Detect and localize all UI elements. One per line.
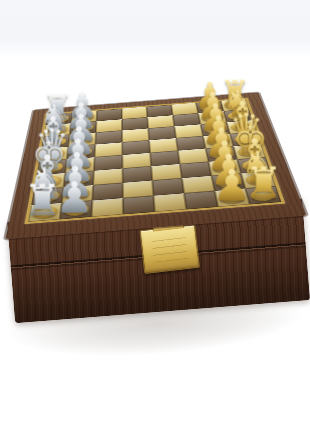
- piece-base: [63, 203, 88, 217]
- piece-base: [227, 111, 250, 120]
- piece-base: [215, 176, 241, 189]
- board-frame: [24, 98, 285, 224]
- board-square: [245, 186, 281, 204]
- piece-base: [201, 113, 223, 122]
- piece-base: [70, 147, 92, 158]
- board-square: [91, 198, 123, 217]
- piece-base: [74, 112, 94, 121]
- board-square: [215, 188, 250, 207]
- board-square: [184, 191, 218, 210]
- chess-board: [28, 99, 281, 222]
- piece-base: [49, 114, 70, 123]
- piece-base: [199, 103, 221, 112]
- piece-base: [69, 159, 92, 170]
- piece-base: [47, 125, 68, 135]
- piece-base: [204, 124, 227, 134]
- box-top: [11, 13, 289, 296]
- piece-base: [65, 188, 90, 201]
- piece-base: [237, 146, 262, 157]
- board-square: [60, 201, 93, 220]
- piece-base: [249, 189, 277, 202]
- piece-base: [42, 149, 65, 160]
- piece-base: [212, 162, 237, 174]
- piece-base: [245, 173, 272, 186]
- board-square: [28, 203, 62, 222]
- piece-base: [71, 134, 93, 144]
- piece-base: [224, 101, 246, 110]
- piece-base: [73, 123, 94, 133]
- piece-base: [209, 148, 233, 159]
- board-square: [153, 193, 186, 212]
- board-surface: [5, 92, 306, 239]
- piece-base: [67, 173, 91, 185]
- product-photo: ♜♟♟♜♞♟♟♞♝♟♟♝♛♟♟♛♚♟♟♚♝♟♟♝♞♟♟♞♜♟♟♜: [0, 0, 310, 430]
- piece-base: [35, 190, 60, 203]
- piece-base: [233, 134, 257, 145]
- piece-base: [241, 159, 267, 171]
- chess-box: ♜♟♟♜♞♟♟♞♝♟♟♝♛♟♟♛♚♟♟♚♝♟♟♝♞♟♟♞♜♟♟♜: [0, 72, 310, 358]
- piece-base: [45, 137, 67, 147]
- board-square: [123, 196, 155, 215]
- piece-base: [230, 122, 253, 132]
- piece-base: [38, 175, 62, 187]
- piece-base: [32, 205, 58, 219]
- piece-base: [40, 162, 64, 173]
- piece-base: [206, 136, 230, 147]
- piece-base: [218, 191, 245, 204]
